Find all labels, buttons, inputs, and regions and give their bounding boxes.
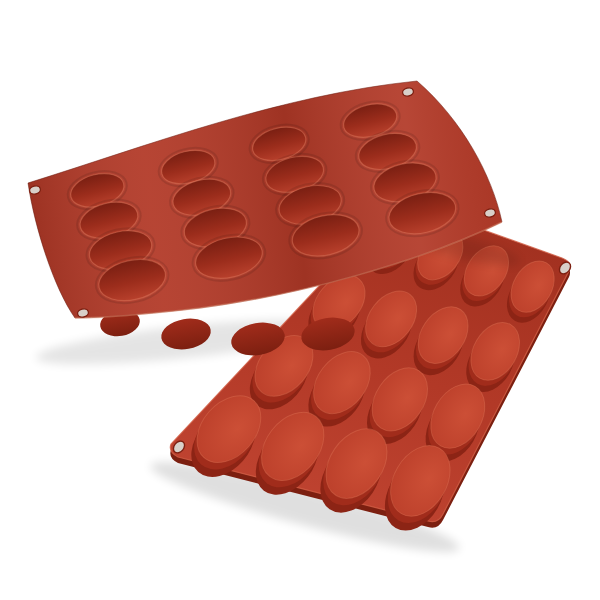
product-photo — [0, 0, 600, 600]
silicone-mold-scene — [0, 0, 600, 600]
